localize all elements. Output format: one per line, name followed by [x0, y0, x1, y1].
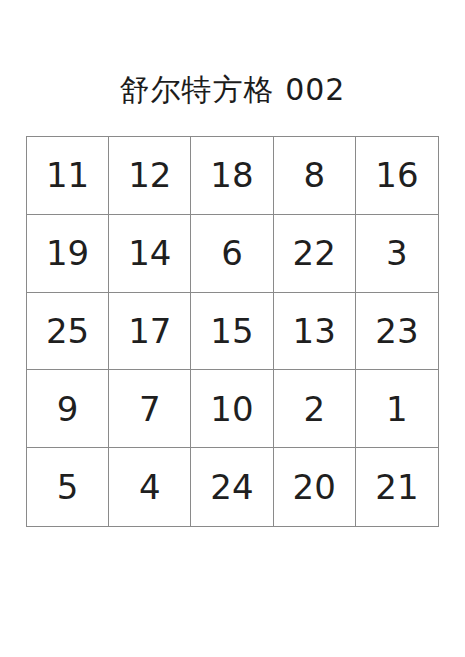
grid-cell-7[interactable]: 7 [109, 370, 191, 448]
grid-cell-12[interactable]: 12 [109, 137, 191, 215]
grid-cell-19[interactable]: 19 [27, 215, 109, 293]
grid-cell-18[interactable]: 18 [191, 137, 273, 215]
grid-cell-17[interactable]: 17 [109, 293, 191, 371]
grid-cell-5[interactable]: 5 [27, 448, 109, 526]
grid-cell-8[interactable]: 8 [274, 137, 356, 215]
grid-cell-3[interactable]: 3 [356, 215, 438, 293]
grid-cell-2[interactable]: 2 [274, 370, 356, 448]
grid-cell-23[interactable]: 23 [356, 293, 438, 371]
grid-cell-10[interactable]: 10 [191, 370, 273, 448]
grid-cell-9[interactable]: 9 [27, 370, 109, 448]
schulte-grid: 1112188161914622325171513239710215424202… [26, 136, 439, 527]
grid-cell-25[interactable]: 25 [27, 293, 109, 371]
grid-cell-16[interactable]: 16 [356, 137, 438, 215]
grid-cell-22[interactable]: 22 [274, 215, 356, 293]
grid-cell-13[interactable]: 13 [274, 293, 356, 371]
grid-cell-21[interactable]: 21 [356, 448, 438, 526]
grid-cell-14[interactable]: 14 [109, 215, 191, 293]
grid-cell-4[interactable]: 4 [109, 448, 191, 526]
grid-cell-1[interactable]: 1 [356, 370, 438, 448]
grid-cell-24[interactable]: 24 [191, 448, 273, 526]
grid-cell-11[interactable]: 11 [27, 137, 109, 215]
page-title: 舒尔特方格 002 [0, 0, 465, 108]
grid-cell-15[interactable]: 15 [191, 293, 273, 371]
grid-cell-20[interactable]: 20 [274, 448, 356, 526]
grid-cell-6[interactable]: 6 [191, 215, 273, 293]
